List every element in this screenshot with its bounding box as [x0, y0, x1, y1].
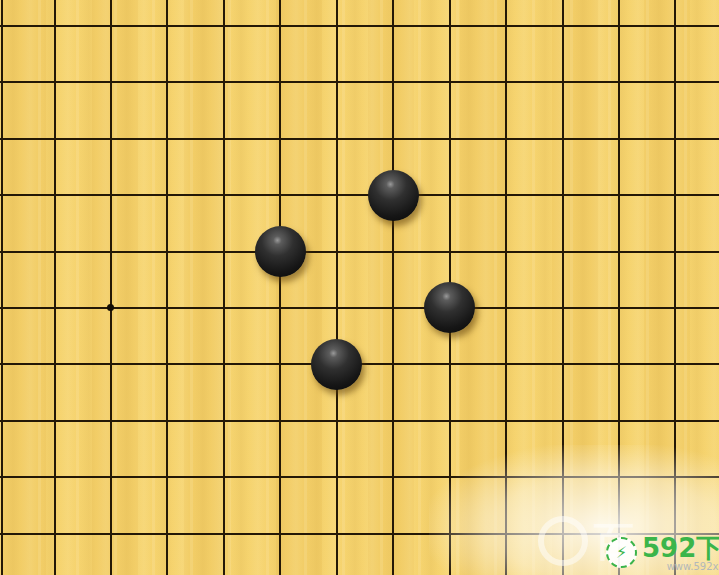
grid-line-vertical [1, 0, 3, 575]
grid-line-vertical [54, 0, 56, 575]
grid-line-horizontal [0, 81, 719, 83]
black-stone[interactable] [424, 282, 475, 333]
grid-line-horizontal [0, 476, 719, 478]
black-stone[interactable] [255, 226, 306, 277]
go-board[interactable] [0, 0, 719, 575]
black-stone[interactable] [311, 339, 362, 390]
grid-line-vertical [674, 0, 676, 575]
site-watermark: ⚡ 592下载 www.592xz.com [606, 535, 719, 572]
grid-line-vertical [110, 0, 112, 575]
black-stone[interactable] [368, 170, 419, 221]
grid-line-vertical [336, 0, 338, 575]
grid-line-vertical [392, 0, 394, 575]
grid-line-vertical [166, 0, 168, 575]
watermark-url: www.592xz.com [642, 561, 719, 572]
grid-line-horizontal [0, 251, 719, 253]
grid-line-vertical [562, 0, 564, 575]
grid-line-horizontal [0, 138, 719, 140]
grid-line-horizontal [0, 25, 719, 27]
grid-line-horizontal [0, 194, 719, 196]
ghost-ring-icon [538, 516, 588, 566]
watermark-site-name: 592下载 [642, 535, 719, 561]
grid-line-vertical [618, 0, 620, 575]
grid-line-horizontal [0, 420, 719, 422]
go-board-screenshot: 百 ⚡ 592下载 www.592xz.com [0, 0, 719, 575]
lightning-bolt-icon: ⚡ [616, 545, 627, 561]
grid-line-vertical [279, 0, 281, 575]
star-point [107, 304, 114, 311]
grid-line-vertical [223, 0, 225, 575]
lightning-badge-icon: ⚡ [606, 537, 637, 568]
grid-line-vertical [505, 0, 507, 575]
